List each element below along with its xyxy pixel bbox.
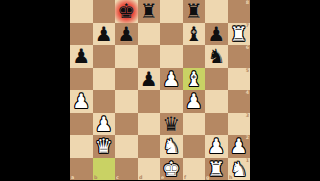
white-pawn[interactable]: ♟ <box>185 91 203 111</box>
square-f7[interactable]: ♝ <box>183 23 206 46</box>
rank-label-5: 5 <box>246 68 249 73</box>
square-f8[interactable]: ♜ <box>183 0 206 23</box>
square-a5[interactable] <box>70 68 93 91</box>
white-pawn[interactable]: ♟ <box>72 91 90 111</box>
square-f1[interactable]: f <box>183 158 206 181</box>
black-rook[interactable]: ♜ <box>185 1 203 21</box>
file-label-g: g <box>206 175 209 180</box>
black-queen[interactable]: ♛ <box>162 114 180 134</box>
square-c4[interactable] <box>115 90 138 113</box>
rank-label-1: 1 <box>246 158 249 163</box>
black-pawn[interactable]: ♟ <box>140 69 158 89</box>
square-g4[interactable] <box>205 90 228 113</box>
black-pawn[interactable]: ♟ <box>117 24 135 44</box>
square-c2[interactable] <box>115 135 138 158</box>
square-e7[interactable] <box>160 23 183 46</box>
square-h6[interactable]: 6 <box>228 45 251 68</box>
file-label-h: h <box>229 175 232 180</box>
square-h5[interactable]: 5 <box>228 68 251 91</box>
rank-label-4: 4 <box>246 90 249 95</box>
square-b4[interactable] <box>93 90 116 113</box>
rank-label-3: 3 <box>246 113 249 118</box>
square-g1[interactable]: ♜g <box>205 158 228 181</box>
square-c7[interactable]: ♟ <box>115 23 138 46</box>
square-h7[interactable]: ♜7 <box>228 23 251 46</box>
square-d1[interactable]: d <box>138 158 161 181</box>
square-a3[interactable] <box>70 113 93 136</box>
square-a2[interactable] <box>70 135 93 158</box>
square-h2[interactable]: ♟2 <box>228 135 251 158</box>
white-knight[interactable]: ♞ <box>162 136 180 156</box>
square-b5[interactable] <box>93 68 116 91</box>
square-a6[interactable]: ♟ <box>70 45 93 68</box>
square-f3[interactable] <box>183 113 206 136</box>
square-g8[interactable] <box>205 0 228 23</box>
square-e6[interactable] <box>160 45 183 68</box>
square-a7[interactable] <box>70 23 93 46</box>
square-d4[interactable] <box>138 90 161 113</box>
file-label-f: f <box>184 175 186 180</box>
square-a8[interactable] <box>70 0 93 23</box>
square-b6[interactable] <box>93 45 116 68</box>
square-c1[interactable]: c <box>115 158 138 181</box>
square-g6[interactable]: ♞ <box>205 45 228 68</box>
square-g2[interactable]: ♟ <box>205 135 228 158</box>
square-b3[interactable]: ♟ <box>93 113 116 136</box>
black-pawn[interactable]: ♟ <box>207 24 225 44</box>
square-g5[interactable] <box>205 68 228 91</box>
square-e2[interactable]: ♞ <box>160 135 183 158</box>
black-pawn[interactable]: ♟ <box>72 46 90 66</box>
square-f2[interactable] <box>183 135 206 158</box>
white-queen[interactable]: ♛ <box>95 136 113 156</box>
white-pawn[interactable]: ♟ <box>162 69 180 89</box>
square-d6[interactable] <box>138 45 161 68</box>
square-b8[interactable] <box>93 0 116 23</box>
square-d3[interactable] <box>138 113 161 136</box>
file-label-a: a <box>71 175 74 180</box>
square-c3[interactable] <box>115 113 138 136</box>
square-d5[interactable]: ♟ <box>138 68 161 91</box>
rank-label-6: 6 <box>246 45 249 50</box>
square-e4[interactable] <box>160 90 183 113</box>
rank-label-7: 7 <box>246 23 249 28</box>
square-d7[interactable] <box>138 23 161 46</box>
white-pawn[interactable]: ♟ <box>95 114 113 134</box>
square-g3[interactable] <box>205 113 228 136</box>
square-b7[interactable]: ♟ <box>93 23 116 46</box>
white-king[interactable]: ♚ <box>162 159 180 179</box>
square-h8[interactable]: 8 <box>228 0 251 23</box>
square-a4[interactable]: ♟ <box>70 90 93 113</box>
square-g7[interactable]: ♟ <box>205 23 228 46</box>
black-king[interactable]: ♚ <box>117 1 135 21</box>
square-d2[interactable] <box>138 135 161 158</box>
square-h1[interactable]: ♞1h <box>228 158 251 181</box>
square-c8[interactable]: ♚ <box>115 0 138 23</box>
square-e1[interactable]: ♚e <box>160 158 183 181</box>
square-e3[interactable]: ♛ <box>160 113 183 136</box>
white-bishop[interactable]: ♝ <box>185 69 203 89</box>
black-knight[interactable]: ♞ <box>207 46 225 66</box>
rank-label-8: 8 <box>246 0 249 5</box>
square-c5[interactable] <box>115 68 138 91</box>
file-label-b: b <box>94 175 97 180</box>
black-bishop[interactable]: ♝ <box>185 24 203 44</box>
file-label-d: d <box>139 175 142 180</box>
square-e5[interactable]: ♟ <box>160 68 183 91</box>
square-b1[interactable]: b <box>93 158 116 181</box>
square-b2[interactable]: ♛ <box>93 135 116 158</box>
chess-board: ♚♜♜8♟♟♝♟♜7♟♞6♟♟♝5♟♟4♟♛3♛♞♟♟2abcd♚ef♜g♞1h <box>70 0 250 180</box>
file-label-e: e <box>161 175 164 180</box>
square-h3[interactable]: 3 <box>228 113 251 136</box>
screenshot-canvas: ♚♜♜8♟♟♝♟♜7♟♞6♟♟♝5♟♟4♟♛3♛♞♟♟2abcd♚ef♜g♞1h <box>0 0 320 180</box>
black-rook[interactable]: ♜ <box>140 1 158 21</box>
rank-label-2: 2 <box>246 135 249 140</box>
square-d8[interactable]: ♜ <box>138 0 161 23</box>
white-rook[interactable]: ♜ <box>207 159 225 179</box>
square-h4[interactable]: 4 <box>228 90 251 113</box>
square-f4[interactable]: ♟ <box>183 90 206 113</box>
square-f6[interactable] <box>183 45 206 68</box>
white-pawn[interactable]: ♟ <box>207 136 225 156</box>
square-e8[interactable] <box>160 0 183 23</box>
black-pawn[interactable]: ♟ <box>95 24 113 44</box>
square-f5[interactable]: ♝ <box>183 68 206 91</box>
square-a1[interactable]: a <box>70 158 93 181</box>
file-label-c: c <box>116 175 119 180</box>
square-c6[interactable] <box>115 45 138 68</box>
